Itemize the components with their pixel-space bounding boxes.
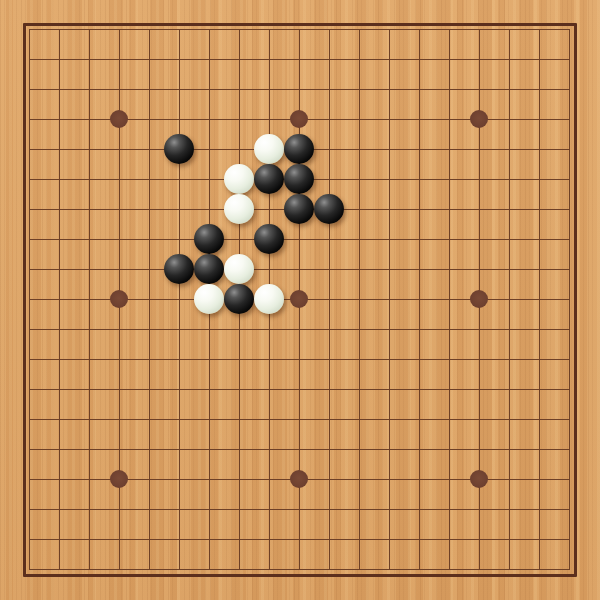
star-point bbox=[110, 110, 128, 128]
black-stone bbox=[254, 164, 284, 194]
star-point bbox=[110, 290, 128, 308]
white-stone bbox=[224, 194, 254, 224]
star-point bbox=[470, 470, 488, 488]
black-stone bbox=[224, 284, 254, 314]
star-point bbox=[110, 470, 128, 488]
star-point bbox=[470, 110, 488, 128]
black-stone bbox=[164, 254, 194, 284]
white-stone bbox=[224, 254, 254, 284]
black-stone bbox=[314, 194, 344, 224]
go-board[interactable] bbox=[0, 0, 600, 600]
white-stone bbox=[254, 134, 284, 164]
black-stone bbox=[284, 134, 314, 164]
white-stone bbox=[224, 164, 254, 194]
star-point bbox=[290, 290, 308, 308]
star-point bbox=[290, 470, 308, 488]
black-stone bbox=[284, 194, 314, 224]
black-stone bbox=[164, 134, 194, 164]
white-stone bbox=[194, 284, 224, 314]
black-stone bbox=[194, 224, 224, 254]
black-stone bbox=[194, 254, 224, 284]
black-stone bbox=[254, 224, 284, 254]
star-point bbox=[290, 110, 308, 128]
black-stone bbox=[284, 164, 314, 194]
white-stone bbox=[254, 284, 284, 314]
star-point bbox=[470, 290, 488, 308]
